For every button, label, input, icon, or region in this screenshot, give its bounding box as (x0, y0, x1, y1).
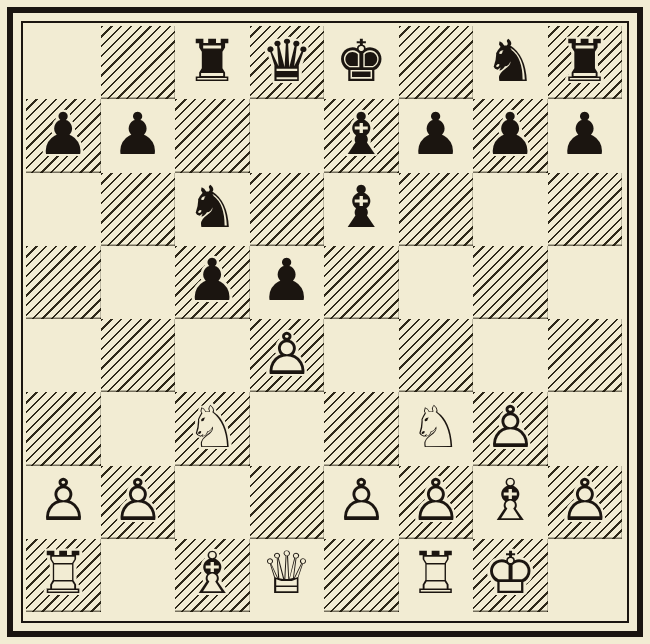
piece-black-pawn: ♟ (186, 251, 238, 309)
square-h6[interactable] (548, 173, 623, 246)
square-a2[interactable]: ♟♙ (26, 466, 101, 539)
square-f3[interactable]: ♞♘ (399, 392, 474, 465)
square-b5[interactable] (101, 246, 176, 319)
square-b3[interactable] (101, 392, 176, 465)
square-d2[interactable] (250, 466, 325, 539)
square-g8[interactable]: ♞ (473, 26, 548, 99)
square-d4[interactable]: ♟♙ (250, 319, 325, 392)
piece-white-queen: ♛♕ (261, 544, 313, 602)
piece-white-rook: ♜♖ (37, 544, 89, 602)
square-f4[interactable] (399, 319, 474, 392)
square-d7[interactable] (250, 99, 325, 172)
square-c8[interactable]: ♜ (175, 26, 250, 99)
square-f2[interactable]: ♟♙ (399, 466, 474, 539)
square-h2[interactable]: ♟♙ (548, 466, 623, 539)
piece-black-bishop: ♝ (335, 105, 387, 163)
square-a4[interactable] (26, 319, 101, 392)
square-h7[interactable]: ♟ (548, 99, 623, 172)
square-g5[interactable] (473, 246, 548, 319)
square-e2[interactable]: ♟♙ (324, 466, 399, 539)
square-a3[interactable] (26, 392, 101, 465)
piece-white-bishop: ♝♗ (484, 471, 536, 529)
piece-white-pawn: ♟♙ (484, 398, 536, 456)
piece-black-knight: ♞ (484, 32, 536, 90)
piece-black-pawn: ♟ (410, 105, 462, 163)
square-f6[interactable] (399, 173, 474, 246)
square-h5[interactable] (548, 246, 623, 319)
piece-black-knight: ♞ (186, 178, 238, 236)
square-e5[interactable] (324, 246, 399, 319)
piece-black-rook: ♜ (186, 32, 238, 90)
square-d5[interactable]: ♟ (250, 246, 325, 319)
square-d8[interactable]: ♛ (250, 26, 325, 99)
square-b7[interactable]: ♟ (101, 99, 176, 172)
square-h4[interactable] (548, 319, 623, 392)
piece-white-pawn: ♟♙ (559, 471, 611, 529)
square-b6[interactable] (101, 173, 176, 246)
square-e7[interactable]: ♝ (324, 99, 399, 172)
square-e3[interactable] (324, 392, 399, 465)
piece-white-knight: ♞♘ (186, 398, 238, 456)
square-c2[interactable] (175, 466, 250, 539)
square-g7[interactable]: ♟ (473, 99, 548, 172)
piece-white-pawn: ♟♙ (335, 471, 387, 529)
piece-white-knight: ♞♘ (410, 398, 462, 456)
square-c3[interactable]: ♞♘ (175, 392, 250, 465)
square-g2[interactable]: ♝♗ (473, 466, 548, 539)
square-h1[interactable] (548, 539, 623, 612)
square-c6[interactable]: ♞ (175, 173, 250, 246)
piece-black-pawn: ♟ (37, 105, 89, 163)
piece-white-king: ♚♔ (484, 544, 536, 602)
piece-white-pawn: ♟♙ (261, 325, 313, 383)
diagram-page: ♜♛♚♞♜♟♟♝♟♟♟♞♝♟♟♟♙♞♘♞♘♟♙♟♙♟♙♟♙♟♙♝♗♟♙♜♖♝♗♛… (0, 0, 650, 644)
square-c1[interactable]: ♝♗ (175, 539, 250, 612)
square-h3[interactable] (548, 392, 623, 465)
square-b8[interactable] (101, 26, 176, 99)
piece-white-bishop: ♝♗ (186, 544, 238, 602)
square-g3[interactable]: ♟♙ (473, 392, 548, 465)
square-c5[interactable]: ♟ (175, 246, 250, 319)
square-c7[interactable] (175, 99, 250, 172)
square-h8[interactable]: ♜ (548, 26, 623, 99)
square-d3[interactable] (250, 392, 325, 465)
square-b1[interactable] (101, 539, 176, 612)
square-f5[interactable] (399, 246, 474, 319)
square-f7[interactable]: ♟ (399, 99, 474, 172)
square-a8[interactable] (26, 26, 101, 99)
square-f1[interactable]: ♜♖ (399, 539, 474, 612)
square-d6[interactable] (250, 173, 325, 246)
square-g1[interactable]: ♚♔ (473, 539, 548, 612)
square-b2[interactable]: ♟♙ (101, 466, 176, 539)
piece-black-pawn: ♟ (112, 105, 164, 163)
square-c4[interactable] (175, 319, 250, 392)
piece-white-pawn: ♟♙ (410, 471, 462, 529)
piece-black-queen: ♛ (261, 32, 313, 90)
chess-board: ♜♛♚♞♜♟♟♝♟♟♟♞♝♟♟♟♙♞♘♞♘♟♙♟♙♟♙♟♙♟♙♝♗♟♙♜♖♝♗♛… (26, 26, 622, 612)
square-a7[interactable]: ♟ (26, 99, 101, 172)
square-g4[interactable] (473, 319, 548, 392)
square-b4[interactable] (101, 319, 176, 392)
square-a1[interactable]: ♜♖ (26, 539, 101, 612)
piece-black-pawn: ♟ (559, 105, 611, 163)
piece-black-pawn: ♟ (261, 251, 313, 309)
square-g6[interactable] (473, 173, 548, 246)
piece-black-pawn: ♟ (484, 105, 536, 163)
piece-white-pawn: ♟♙ (112, 471, 164, 529)
piece-black-rook: ♜ (559, 32, 611, 90)
square-d1[interactable]: ♛♕ (250, 539, 325, 612)
square-a5[interactable] (26, 246, 101, 319)
piece-white-pawn: ♟♙ (37, 471, 89, 529)
piece-white-rook: ♜♖ (410, 544, 462, 602)
piece-black-bishop: ♝ (335, 178, 387, 236)
square-e6[interactable]: ♝ (324, 173, 399, 246)
piece-black-king: ♚ (335, 32, 387, 90)
square-a6[interactable] (26, 173, 101, 246)
square-e4[interactable] (324, 319, 399, 392)
square-e1[interactable] (324, 539, 399, 612)
square-f8[interactable] (399, 26, 474, 99)
square-e8[interactable]: ♚ (324, 26, 399, 99)
